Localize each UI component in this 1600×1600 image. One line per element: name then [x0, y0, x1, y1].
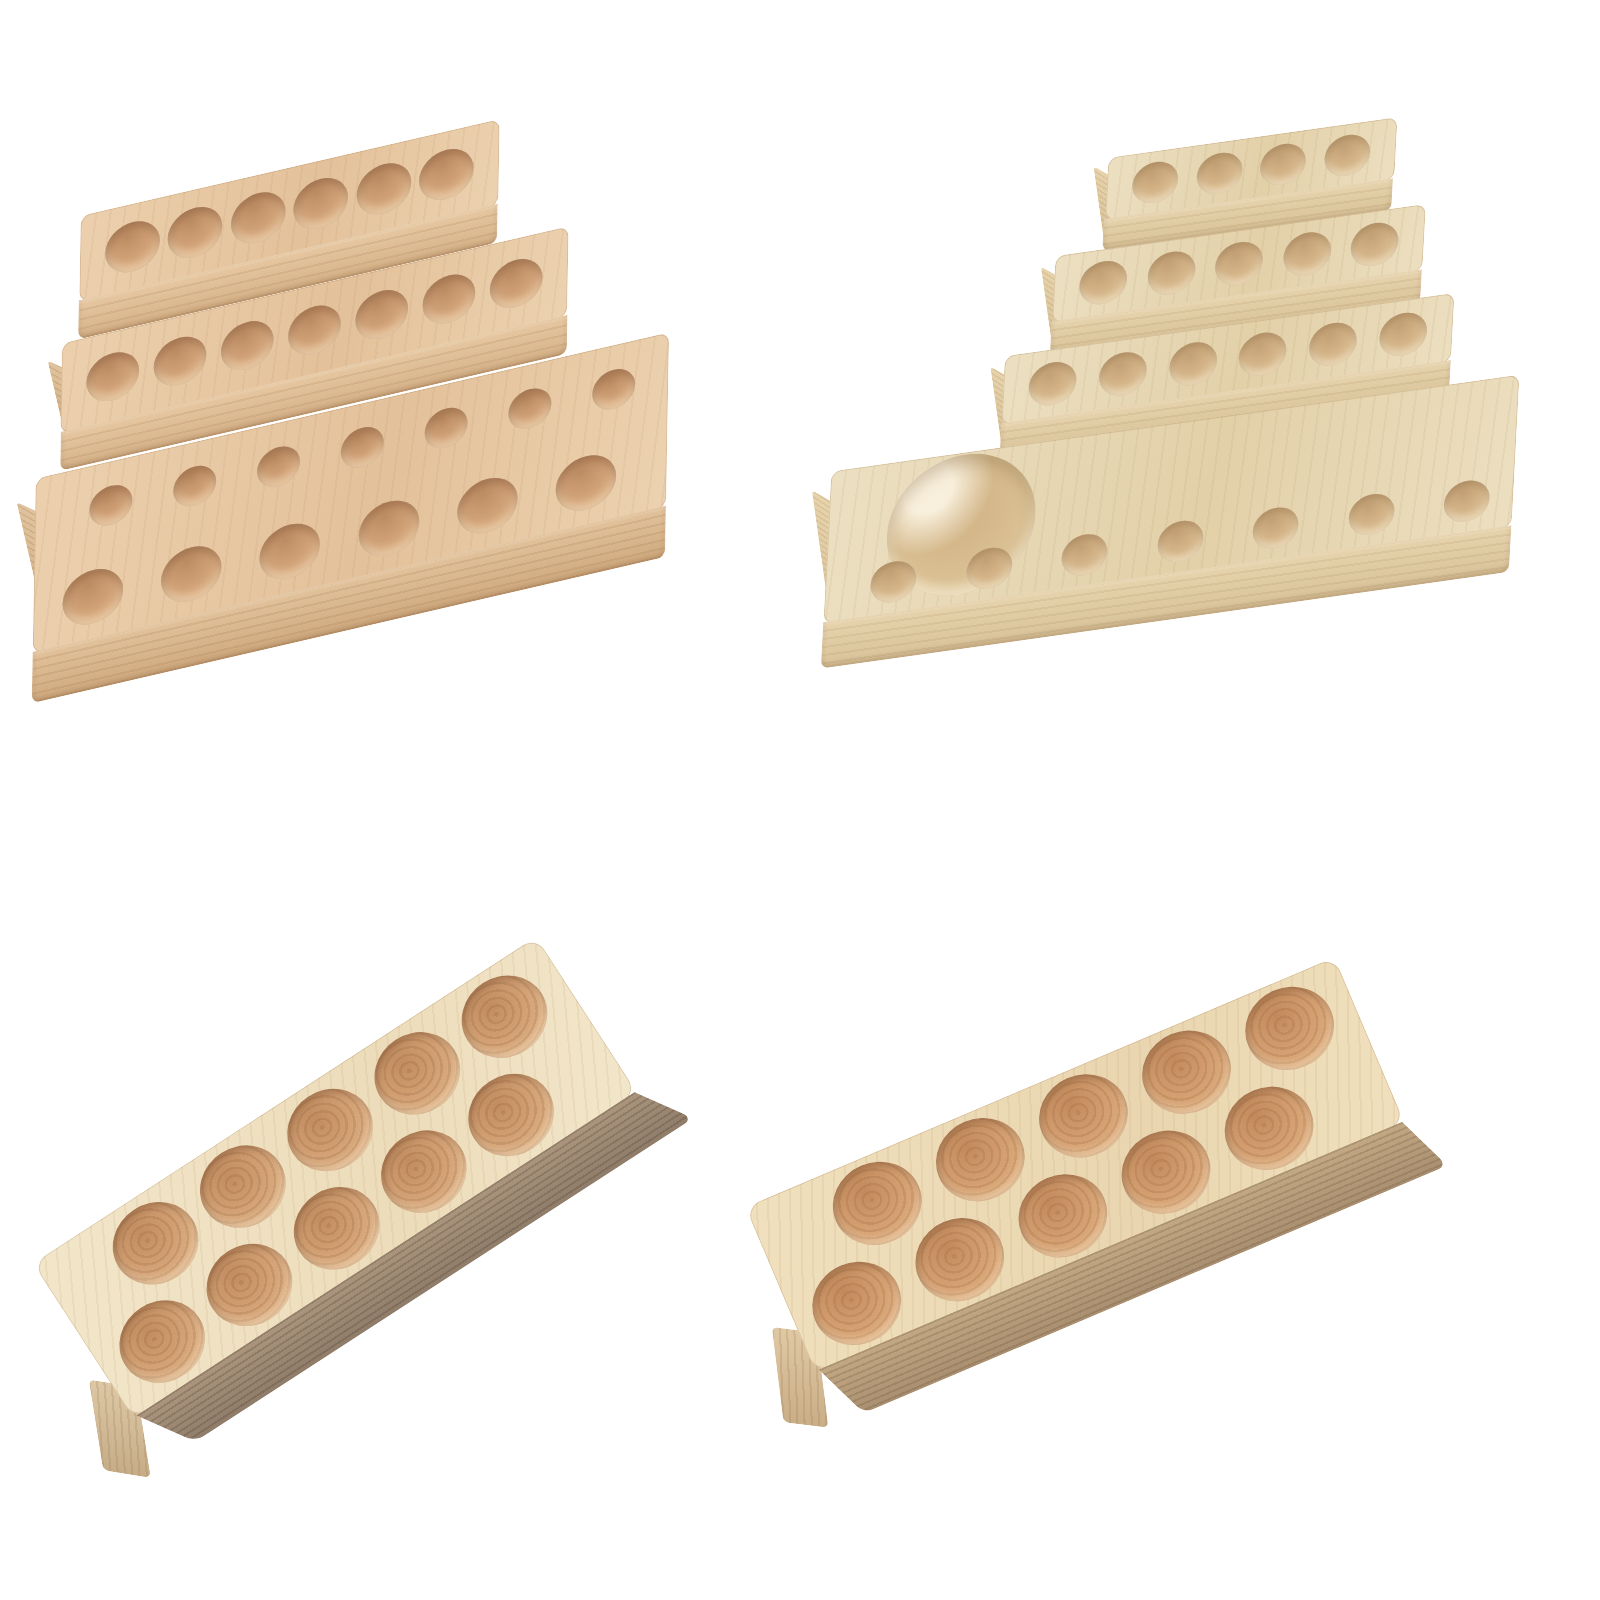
pit: [1232, 973, 1347, 1084]
pit: [1214, 239, 1264, 288]
rack-right-rotated-group: [793, 99, 1596, 702]
pit: [288, 300, 341, 360]
pit: [870, 558, 918, 605]
pit: [1443, 478, 1491, 525]
pit: [457, 471, 518, 539]
pit: [259, 517, 320, 585]
pit: [221, 316, 274, 376]
pit: [422, 269, 475, 329]
pit: [257, 442, 301, 491]
pit: [355, 285, 408, 345]
pit: [446, 959, 563, 1074]
pit: [1350, 220, 1400, 269]
pit: [1378, 310, 1428, 359]
pit: [1323, 132, 1371, 179]
pit: [341, 422, 385, 471]
pit: [1078, 258, 1128, 307]
tray-plank: [745, 957, 1404, 1373]
pit: [168, 201, 223, 263]
pit: [62, 562, 123, 630]
pit: [1282, 229, 1332, 278]
pit: [105, 216, 160, 278]
tray-plank: [33, 937, 638, 1420]
pit: [153, 331, 206, 391]
pit: [173, 461, 217, 510]
pit: [555, 449, 616, 517]
pit: [1156, 518, 1204, 565]
pit: [161, 540, 222, 608]
tiered-rack-left: [25, 150, 745, 650]
rack-left-rotated-group: [0, 75, 792, 724]
pit: [489, 254, 542, 314]
pit: [1308, 320, 1358, 369]
pit: [1146, 248, 1196, 297]
pit: [419, 143, 474, 205]
pit: [424, 403, 468, 452]
pit: [1238, 329, 1288, 378]
pit: [1168, 339, 1218, 388]
pit: [230, 187, 285, 249]
tray-bottom-right: [715, 975, 1455, 1425]
pit: [1028, 359, 1078, 408]
pit: [1259, 141, 1307, 188]
tiered-rack-right: [825, 148, 1565, 653]
pit: [1347, 491, 1395, 538]
pit: [1195, 150, 1243, 197]
pit: [293, 172, 348, 234]
pit: [592, 364, 636, 413]
pit: [508, 384, 552, 433]
pit: [358, 494, 419, 562]
pit: [356, 158, 411, 220]
pit: [965, 545, 1013, 592]
tray-bottom-left: [30, 935, 650, 1445]
pit: [89, 480, 133, 529]
pit: [1061, 531, 1109, 578]
pit: [1252, 504, 1300, 551]
pit: [1131, 159, 1179, 206]
product-collage: [0, 0, 1600, 1600]
pit: [1098, 349, 1148, 398]
pit: [86, 347, 139, 407]
